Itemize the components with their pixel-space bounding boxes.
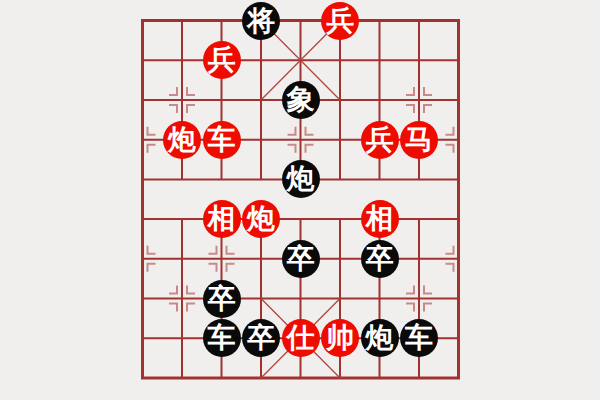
black-cannon-piece[interactable]: 炮	[361, 319, 399, 357]
black-general-piece[interactable]: 将	[242, 2, 280, 40]
red-general-piece[interactable]: 帅	[321, 319, 359, 357]
red-cannon-piece[interactable]: 炮	[242, 200, 280, 238]
black-elephant-piece[interactable]: 象	[282, 81, 320, 119]
red-soldier-piece[interactable]: 兵	[203, 41, 241, 79]
black-chariot-piece[interactable]: 车	[203, 319, 241, 357]
red-soldier-piece[interactable]: 兵	[361, 121, 399, 159]
black-soldier-piece[interactable]: 卒	[282, 240, 320, 278]
black-cannon-piece[interactable]: 炮	[282, 160, 320, 198]
pieces-layer: 将兵兵象炮车兵马炮相炮相卒卒卒车卒仕帅炮车	[0, 0, 600, 400]
red-elephant-piece[interactable]: 相	[361, 200, 399, 238]
red-elephant-piece[interactable]: 相	[203, 200, 241, 238]
red-soldier-piece[interactable]: 兵	[321, 2, 359, 40]
red-advisor-piece[interactable]: 仕	[282, 319, 320, 357]
black-soldier-piece[interactable]: 卒	[203, 280, 241, 318]
red-horse-piece[interactable]: 马	[400, 121, 438, 159]
xiangqi-diagram: 将兵兵象炮车兵马炮相炮相卒卒卒车卒仕帅炮车	[0, 0, 600, 400]
black-soldier-piece[interactable]: 卒	[242, 319, 280, 357]
black-soldier-piece[interactable]: 卒	[361, 240, 399, 278]
black-chariot-piece[interactable]: 车	[400, 319, 438, 357]
red-cannon-piece[interactable]: 炮	[163, 121, 201, 159]
red-chariot-piece[interactable]: 车	[203, 121, 241, 159]
